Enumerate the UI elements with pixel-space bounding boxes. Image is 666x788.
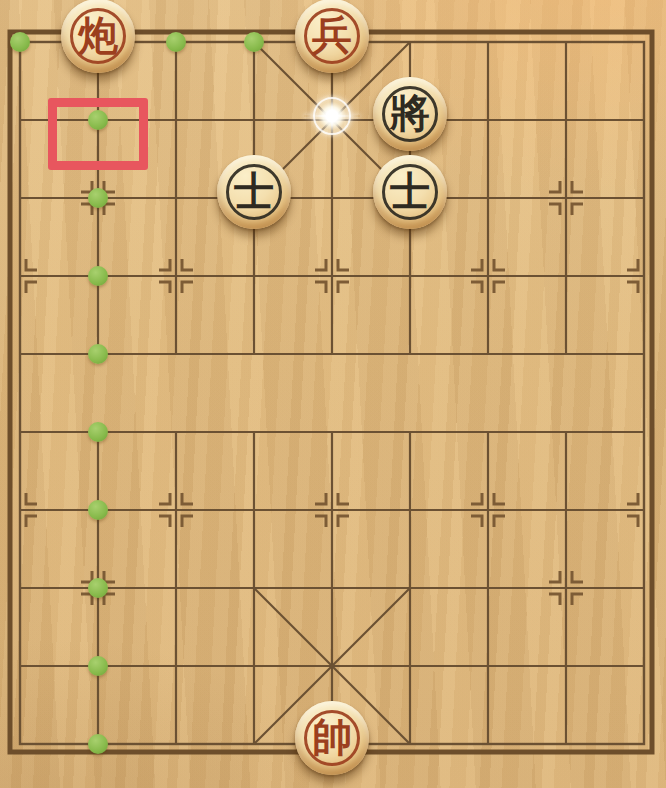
piece-red-cannon[interactable]: 炮: [61, 0, 135, 73]
move-hint-dot[interactable]: [88, 656, 108, 676]
move-hint-dot[interactable]: [244, 32, 264, 52]
move-hint-dot[interactable]: [88, 422, 108, 442]
move-hint-dot[interactable]: [88, 500, 108, 520]
move-glow: [302, 86, 362, 146]
piece-red-general[interactable]: 帥: [295, 701, 369, 775]
xiangqi-board[interactable]: 炮兵將士士帥: [0, 0, 666, 788]
piece-glyph: 士: [390, 171, 430, 211]
move-hint-dot[interactable]: [166, 32, 186, 52]
piece-glyph: 士: [234, 171, 274, 211]
piece-black-advisor-left[interactable]: 士: [217, 155, 291, 229]
piece-black-advisor-right[interactable]: 士: [373, 155, 447, 229]
move-hint-dot[interactable]: [10, 32, 30, 52]
move-hint-dot[interactable]: [88, 266, 108, 286]
piece-red-soldier[interactable]: 兵: [295, 0, 369, 73]
move-hint-dot[interactable]: [88, 110, 108, 130]
glow-ray: [331, 96, 333, 136]
move-hint-dot[interactable]: [88, 734, 108, 754]
piece-glyph: 兵: [312, 15, 352, 55]
piece-glyph: 將: [390, 93, 430, 133]
piece-black-general[interactable]: 將: [373, 77, 447, 151]
move-hint-dot[interactable]: [88, 578, 108, 598]
hint-rectangle: [48, 98, 148, 170]
move-hint-dot[interactable]: [88, 344, 108, 364]
piece-glyph: 帥: [312, 717, 352, 757]
move-hint-dot[interactable]: [88, 188, 108, 208]
piece-glyph: 炮: [78, 15, 118, 55]
